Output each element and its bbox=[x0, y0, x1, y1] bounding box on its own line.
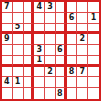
sudoku-cell-r3c3[interactable] bbox=[24, 24, 35, 35]
sudoku-cell-r8c3[interactable] bbox=[24, 77, 35, 88]
given-digit: 5 bbox=[15, 24, 21, 32]
sudoku-cell-r5c8[interactable] bbox=[77, 45, 88, 56]
given-digit: 1 bbox=[36, 56, 42, 64]
sudoku-cell-r2c2[interactable] bbox=[13, 13, 24, 24]
sudoku-cell-r9c4[interactable] bbox=[34, 88, 45, 99]
sudoku-cell-r6c9[interactable] bbox=[88, 56, 99, 67]
given-digit: 2 bbox=[47, 68, 53, 76]
sudoku-cell-r7c6[interactable] bbox=[56, 67, 67, 78]
sudoku-cell-r9c7[interactable] bbox=[67, 88, 78, 99]
sudoku-cell-r1c5[interactable]: 3 bbox=[45, 2, 56, 13]
sudoku-cell-r6c4[interactable]: 1 bbox=[34, 56, 45, 67]
given-digit: 8 bbox=[57, 90, 63, 98]
sudoku-cell-r1c9[interactable] bbox=[88, 2, 99, 13]
sudoku-cell-r4c1[interactable]: 9 bbox=[2, 34, 13, 45]
sudoku-cell-r8c6[interactable] bbox=[56, 77, 67, 88]
sudoku-cell-r8c5[interactable] bbox=[45, 77, 56, 88]
sudoku-cell-r3c2[interactable]: 5 bbox=[13, 24, 24, 35]
sudoku-cell-r8c1[interactable]: 4 bbox=[2, 77, 13, 88]
sudoku-cell-r5c7[interactable] bbox=[67, 45, 78, 56]
given-digit: 2 bbox=[80, 35, 86, 43]
sudoku-cell-r7c5[interactable]: 2 bbox=[45, 67, 56, 78]
sudoku-cell-r5c3[interactable] bbox=[24, 45, 35, 56]
sudoku-cell-r7c4[interactable] bbox=[34, 67, 45, 78]
sudoku-cell-r2c8[interactable] bbox=[77, 13, 88, 24]
sudoku-cell-r5c9[interactable] bbox=[88, 45, 99, 56]
given-digit: 8 bbox=[69, 68, 75, 76]
sudoku-cell-r5c5[interactable] bbox=[45, 45, 56, 56]
sudoku-cell-r4c2[interactable] bbox=[13, 34, 24, 45]
sudoku-cell-r2c4[interactable] bbox=[34, 13, 45, 24]
sudoku-cell-r9c5[interactable] bbox=[45, 88, 56, 99]
sudoku-cell-r2c1[interactable] bbox=[2, 13, 13, 24]
sudoku-cell-r6c8[interactable] bbox=[77, 56, 88, 67]
sudoku-cell-r7c9[interactable] bbox=[88, 67, 99, 78]
sudoku-cell-r6c3[interactable] bbox=[24, 56, 35, 67]
sudoku-cell-r1c3[interactable] bbox=[24, 2, 35, 13]
sudoku-cell-r9c1[interactable] bbox=[2, 88, 13, 99]
sudoku-cell-r9c2[interactable] bbox=[13, 88, 24, 99]
given-digit: 7 bbox=[80, 68, 86, 76]
sudoku-cell-r2c7[interactable]: 6 bbox=[67, 13, 78, 24]
sudoku-cell-r1c7[interactable] bbox=[67, 2, 78, 13]
sudoku-cell-r5c1[interactable] bbox=[2, 45, 13, 56]
sudoku-cell-r8c2[interactable]: 1 bbox=[13, 77, 24, 88]
sudoku-cell-r4c3[interactable] bbox=[24, 34, 35, 45]
sudoku-cell-r1c8[interactable] bbox=[77, 2, 88, 13]
given-digit: 6 bbox=[69, 14, 75, 22]
sudoku-cell-r3c4[interactable] bbox=[34, 24, 45, 35]
given-digit: 4 bbox=[4, 78, 10, 86]
given-digit: 3 bbox=[36, 46, 42, 54]
sudoku-cell-r6c2[interactable] bbox=[13, 56, 24, 67]
sudoku-cell-r3c7[interactable] bbox=[67, 24, 78, 35]
sudoku-cell-r6c5[interactable] bbox=[45, 56, 56, 67]
sudoku-cell-r8c7[interactable] bbox=[67, 77, 78, 88]
sudoku-cell-r9c3[interactable] bbox=[24, 88, 35, 99]
sudoku-cell-r5c4[interactable]: 3 bbox=[34, 45, 45, 56]
sudoku-cell-r7c3[interactable] bbox=[24, 67, 35, 78]
sudoku-cell-r1c2[interactable] bbox=[13, 2, 24, 13]
sudoku-cell-r1c1[interactable]: 7 bbox=[2, 2, 13, 13]
sudoku-cell-r4c7[interactable] bbox=[67, 34, 78, 45]
sudoku-cell-r7c8[interactable]: 7 bbox=[77, 67, 88, 78]
sudoku-cell-r3c1[interactable] bbox=[2, 24, 13, 35]
sudoku-cell-r8c9[interactable] bbox=[88, 77, 99, 88]
sudoku-cell-r8c8[interactable] bbox=[77, 77, 88, 88]
given-digit: 6 bbox=[57, 46, 63, 54]
sudoku-board: 74361592361287418 bbox=[0, 0, 101, 101]
sudoku-cell-r3c8[interactable] bbox=[77, 24, 88, 35]
sudoku-cell-r7c2[interactable] bbox=[13, 67, 24, 78]
sudoku-cell-r4c4[interactable] bbox=[34, 34, 45, 45]
sudoku-cell-r5c2[interactable] bbox=[13, 45, 24, 56]
sudoku-cell-r2c3[interactable] bbox=[24, 13, 35, 24]
sudoku-cell-r2c9[interactable]: 1 bbox=[88, 13, 99, 24]
sudoku-cell-r3c6[interactable] bbox=[56, 24, 67, 35]
sudoku-cell-r2c5[interactable] bbox=[45, 13, 56, 24]
sudoku-cell-r9c6[interactable]: 8 bbox=[56, 88, 67, 99]
sudoku-cell-r6c7[interactable] bbox=[67, 56, 78, 67]
sudoku-cell-r4c8[interactable]: 2 bbox=[77, 34, 88, 45]
sudoku-cell-r7c1[interactable] bbox=[2, 67, 13, 78]
sudoku-cell-r5c6[interactable]: 6 bbox=[56, 45, 67, 56]
sudoku-cell-r9c8[interactable] bbox=[77, 88, 88, 99]
sudoku-cell-r1c4[interactable]: 4 bbox=[34, 2, 45, 13]
sudoku-cell-r7c7[interactable]: 8 bbox=[67, 67, 78, 78]
given-digit: 3 bbox=[47, 3, 53, 11]
sudoku-cell-r3c5[interactable] bbox=[45, 24, 56, 35]
sudoku-cell-r3c9[interactable] bbox=[88, 24, 99, 35]
sudoku-cell-r6c6[interactable] bbox=[56, 56, 67, 67]
sudoku-cell-r9c9[interactable] bbox=[88, 88, 99, 99]
sudoku-cell-r6c1[interactable] bbox=[2, 56, 13, 67]
sudoku-cell-r4c5[interactable] bbox=[45, 34, 56, 45]
sudoku-cell-r4c6[interactable] bbox=[56, 34, 67, 45]
sudoku-cell-r4c9[interactable] bbox=[88, 34, 99, 45]
given-digit: 7 bbox=[4, 3, 10, 11]
sudoku-cell-r1c6[interactable] bbox=[56, 2, 67, 13]
given-digit: 1 bbox=[91, 14, 97, 22]
sudoku-cell-r2c6[interactable] bbox=[56, 13, 67, 24]
given-digit: 4 bbox=[36, 3, 42, 11]
given-digit: 1 bbox=[15, 78, 21, 86]
sudoku-cell-r8c4[interactable] bbox=[34, 77, 45, 88]
given-digit: 9 bbox=[4, 35, 10, 43]
